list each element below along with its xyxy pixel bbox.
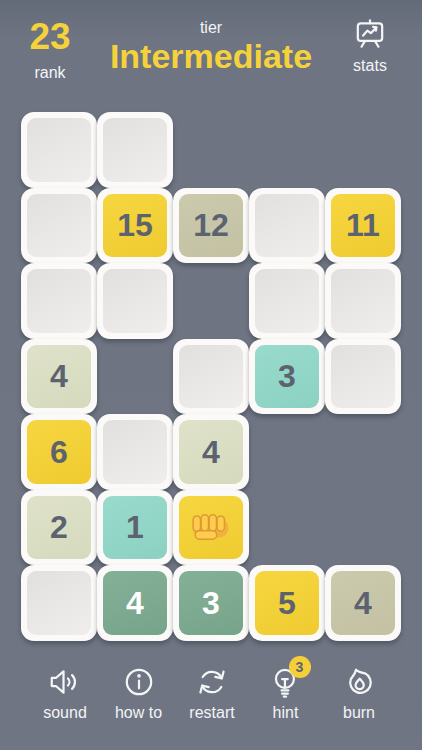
tile-r5c1[interactable]: 6 bbox=[21, 414, 97, 490]
tile-face: 12 bbox=[179, 194, 243, 258]
tile-r7c5[interactable]: 4 bbox=[325, 565, 401, 641]
tier-value: Intermediate bbox=[86, 39, 336, 75]
tile-frame: 2 bbox=[21, 490, 97, 566]
rank-value: 23 bbox=[14, 18, 86, 55]
tile-face: 11 bbox=[331, 194, 395, 258]
empty-cell-r4c3 bbox=[173, 339, 249, 415]
stats-chart-easel-icon bbox=[351, 16, 389, 52]
burn-label: burn bbox=[343, 704, 375, 722]
info-icon bbox=[121, 664, 157, 700]
tile-face: 3 bbox=[179, 571, 243, 635]
tile-frame: 4 bbox=[97, 565, 173, 641]
tile-frame bbox=[97, 112, 173, 188]
tile-frame: 4 bbox=[21, 339, 97, 415]
tile-r2c2[interactable]: 15 bbox=[97, 188, 173, 264]
screen: 23 rank tier Intermediate stats 15121143… bbox=[0, 0, 422, 750]
tile-frame bbox=[249, 188, 325, 264]
tile-frame bbox=[21, 112, 97, 188]
empty-cell-r3c2 bbox=[97, 263, 173, 339]
tile-face: 4 bbox=[179, 420, 243, 484]
punch-fist-emoji bbox=[190, 511, 232, 545]
tile-r2c5[interactable]: 11 bbox=[325, 188, 401, 264]
tile-face bbox=[331, 269, 395, 333]
restart-cycle-icon bbox=[194, 664, 230, 700]
how-to-button[interactable]: how to bbox=[104, 664, 174, 736]
tile-r6c1[interactable]: 2 bbox=[21, 490, 97, 566]
hint-count-badge: 3 bbox=[289, 656, 311, 678]
tile-face: 6 bbox=[27, 420, 91, 484]
tier-block: tier Intermediate bbox=[86, 19, 336, 75]
empty-cell-r1c1 bbox=[21, 112, 97, 188]
tile-r4c4[interactable]: 3 bbox=[249, 339, 325, 415]
empty-cell-r3c4 bbox=[249, 263, 325, 339]
empty-cell-r4c5 bbox=[325, 339, 401, 415]
tile-frame bbox=[97, 263, 173, 339]
empty-cell-r7c1 bbox=[21, 565, 97, 641]
empty-cell-r3c1 bbox=[21, 263, 97, 339]
rank-block: 23 rank bbox=[14, 18, 86, 82]
tile-r6c3[interactable] bbox=[173, 490, 249, 566]
sound-label: sound bbox=[43, 704, 87, 722]
stats-button[interactable]: stats bbox=[332, 16, 408, 75]
tile-frame bbox=[97, 414, 173, 490]
tile-face bbox=[255, 269, 319, 333]
tile-frame bbox=[325, 263, 401, 339]
tile-face bbox=[27, 269, 91, 333]
tile-face: 4 bbox=[331, 571, 395, 635]
tile-face bbox=[179, 345, 243, 409]
tile-face bbox=[103, 420, 167, 484]
empty-cell-r1c2 bbox=[97, 112, 173, 188]
speaker-icon bbox=[47, 664, 83, 700]
tile-frame bbox=[249, 263, 325, 339]
board-grid: 151211436421 4354 bbox=[21, 112, 401, 641]
tile-frame: 4 bbox=[173, 414, 249, 490]
tile-r7c4[interactable]: 5 bbox=[249, 565, 325, 641]
empty-cell-r5c2 bbox=[97, 414, 173, 490]
tile-frame bbox=[21, 263, 97, 339]
tile-frame: 6 bbox=[21, 414, 97, 490]
tile-r5c3[interactable]: 4 bbox=[173, 414, 249, 490]
tile-face bbox=[103, 118, 167, 182]
tile-face bbox=[331, 345, 395, 409]
header: 23 rank tier Intermediate stats bbox=[0, 0, 422, 100]
tile-frame bbox=[21, 188, 97, 264]
tile-face bbox=[179, 496, 243, 560]
tile-frame bbox=[173, 339, 249, 415]
tile-frame: 1 bbox=[97, 490, 173, 566]
tile-frame: 3 bbox=[173, 565, 249, 641]
tile-frame: 15 bbox=[97, 188, 173, 264]
tile-face: 5 bbox=[255, 571, 319, 635]
tile-r2c3[interactable]: 12 bbox=[173, 188, 249, 264]
tile-r6c2[interactable]: 1 bbox=[97, 490, 173, 566]
restart-button[interactable]: restart bbox=[177, 664, 247, 736]
stats-label: stats bbox=[332, 57, 408, 75]
tile-face bbox=[27, 118, 91, 182]
tile-r7c2[interactable]: 4 bbox=[97, 565, 173, 641]
empty-cell-r2c1 bbox=[21, 188, 97, 264]
rank-label: rank bbox=[14, 64, 86, 82]
tile-frame bbox=[325, 339, 401, 415]
tile-face bbox=[255, 194, 319, 258]
tile-frame: 5 bbox=[249, 565, 325, 641]
tile-r4c1[interactable]: 4 bbox=[21, 339, 97, 415]
toolbar: sound how to restart bbox=[30, 664, 394, 736]
empty-cell-r2c4 bbox=[249, 188, 325, 264]
tile-face bbox=[103, 269, 167, 333]
how-to-label: how to bbox=[115, 704, 162, 722]
tile-face: 1 bbox=[103, 496, 167, 560]
tile-frame: 3 bbox=[249, 339, 325, 415]
hint-button[interactable]: 3 hint bbox=[251, 664, 321, 736]
flame-icon bbox=[341, 664, 377, 700]
restart-label: restart bbox=[189, 704, 234, 722]
hint-label: hint bbox=[273, 704, 299, 722]
tile-frame: 12 bbox=[173, 188, 249, 264]
tile-face: 4 bbox=[27, 345, 91, 409]
tile-face: 4 bbox=[103, 571, 167, 635]
tile-frame: 11 bbox=[325, 188, 401, 264]
tile-face: 3 bbox=[255, 345, 319, 409]
tile-face: 15 bbox=[103, 194, 167, 258]
tile-frame bbox=[21, 565, 97, 641]
sound-button[interactable]: sound bbox=[30, 664, 100, 736]
empty-cell-r3c5 bbox=[325, 263, 401, 339]
tile-face bbox=[27, 194, 91, 258]
tile-frame: 4 bbox=[325, 565, 401, 641]
tile-face bbox=[27, 571, 91, 635]
tier-label: tier bbox=[86, 19, 336, 37]
tile-frame bbox=[173, 490, 249, 566]
tile-face: 2 bbox=[27, 496, 91, 560]
burn-button[interactable]: burn bbox=[324, 664, 394, 736]
tile-r7c3[interactable]: 3 bbox=[173, 565, 249, 641]
